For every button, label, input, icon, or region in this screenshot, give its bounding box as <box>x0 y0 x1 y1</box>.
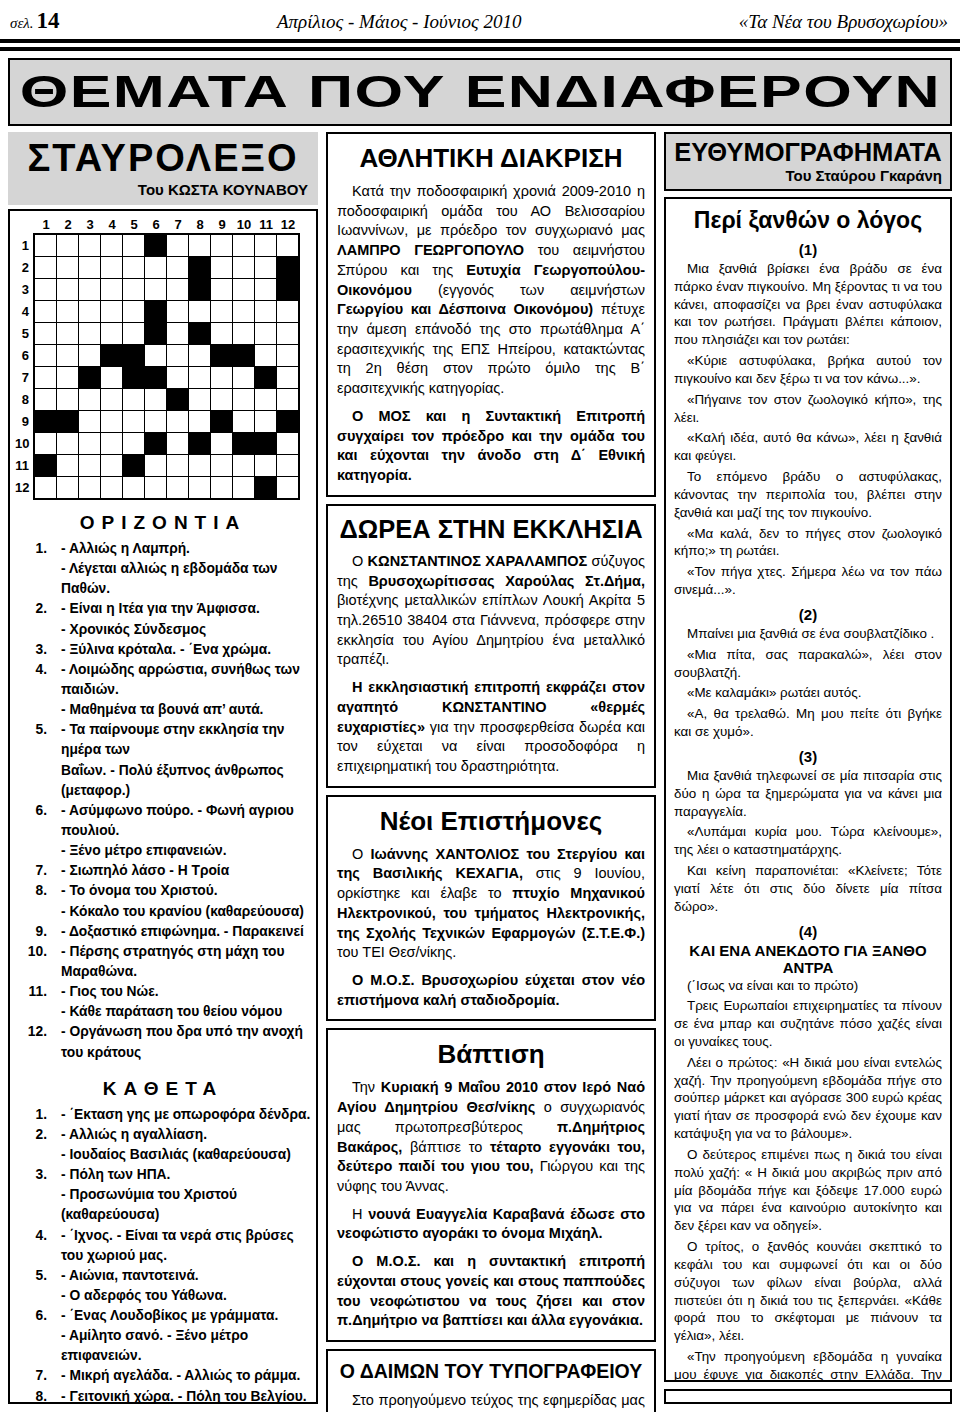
crossword-cell-r10c3[interactable] <box>79 433 100 454</box>
crossword-cell-r7c12[interactable] <box>277 367 298 388</box>
humor-column: ΕΥΘΥΜΟΓΡΑΦΗΜΑΤΑ Του Σταύρου Γκαράνη Περί… <box>664 132 952 1404</box>
news-section-title: Νέοι Επιστήμονες <box>337 806 645 837</box>
crossword-cell-r3c1[interactable] <box>35 279 56 300</box>
crossword-cell-r2c8 <box>189 257 210 278</box>
joke-label: (1) <box>674 241 942 258</box>
crossword-cell-r3c8 <box>189 279 210 300</box>
joke-paragraph: «Καλή ιδέα, αυτό θα κάνω», λέει η ξανθιά… <box>674 429 942 465</box>
col-label: 8 <box>189 217 211 232</box>
clue-text: - Γειτονική χώρα. - Πόλη του Βελγίου. <box>47 1387 311 1404</box>
crossword-cell-r2c2[interactable] <box>57 257 78 278</box>
clue-text: - Πόλη των ΗΠΑ.- Προσωνύμια του Χριστού … <box>47 1165 311 1225</box>
clue-text: - ΄Εκταση γης με οπωροφόρα δένδρα. <box>47 1105 311 1125</box>
crossword-cell-r8c2[interactable] <box>57 389 78 410</box>
crossword-cell-r4c8[interactable] <box>189 301 210 322</box>
crossword-cell-r4c2[interactable] <box>57 301 78 322</box>
clue-line: - Αμίλητο σανό. - Ξένο μέτρο επιφανειών. <box>61 1326 311 1366</box>
crossword-cell-r7c3 <box>79 367 100 388</box>
crossword-cell-r12c2[interactable] <box>57 477 78 498</box>
crossword-cell-r8c8[interactable] <box>189 389 210 410</box>
thanks-title: ΕΥΧΑΡΙΣΤΗΡΙΟ <box>674 1399 942 1404</box>
clue-number: 11. <box>15 982 47 1022</box>
joke-subtitle: ΚΑΙ ΕΝΑ ΑΝΕΚΔΟΤΟ ΓΙΑ ΞΑΝΘΟ ΑΝΤΡΑ <box>674 942 942 976</box>
joke-paragraph: Μια ξανθιά τηλεφωνεί σε μία πιτσαρία στι… <box>674 767 942 820</box>
row-label: 6 <box>15 345 33 367</box>
crossword-cell-r1c12[interactable] <box>277 235 298 256</box>
down-header: ΚΑΘΕΤΑ <box>15 1078 311 1100</box>
crossword-cell-r5c12[interactable] <box>277 323 298 344</box>
clue-text: - ΄Ιχνος. - Είναι τα νερά στις βρύσεςτου… <box>47 1226 311 1266</box>
crossword-grid-area: 123456789101112 <box>15 233 311 500</box>
humor-byline: Του Σταύρου Γκαράνη <box>674 167 942 184</box>
clue-line: - Ιουδαίος Βασιλιάς (καθαρεύουσα) <box>61 1145 311 1165</box>
crossword-cell-r5c9[interactable] <box>211 323 232 344</box>
crossword-cell-r2c4[interactable] <box>101 257 122 278</box>
crossword-cell-r2c6[interactable] <box>145 257 166 278</box>
down-clues: 1.- ΄Εκταση γης με οπωροφόρα δένδρα.2.- … <box>15 1105 311 1404</box>
paragraph: Ο Μ.Ο.Σ. και η συντακτική επιτροπή εύχον… <box>337 1252 645 1331</box>
joke-label: (3) <box>674 748 942 765</box>
crossword-cell-r2c11[interactable] <box>255 257 276 278</box>
crossword-cell-r4c4[interactable] <box>101 301 122 322</box>
clue-item: 5.- Τα παίρνουμε στην εκκλησία την ημέρα… <box>15 720 311 801</box>
clue-line: - Κάθε παράταση του θείου νόμου <box>61 1002 311 1022</box>
clue-text: - Γιος του Νώε.- Κάθε παράταση του θείου… <box>47 982 311 1022</box>
joke-paragraph: Ο δεύτερος επιμένει πως η δικιά του είνα… <box>674 1146 942 1235</box>
crossword-cell-r4c5[interactable] <box>123 301 144 322</box>
crossword-cell-r8c3[interactable] <box>79 389 100 410</box>
news-section-title: ΔΩΡΕΑ ΣΤΗΝ ΕΚΚΛΗΣΙΑ <box>337 515 645 544</box>
clue-item: 1.- Αλλιώς η Λαμπρή.- Λέγεται αλλιώς η ε… <box>15 539 311 599</box>
text-run: ΛΑΜΠΡΟ ΓΕΩΡΓΟΠΟΥΛΟ <box>337 242 524 258</box>
clue-number: 5. <box>15 1266 47 1306</box>
crossword-cell-r9c10[interactable] <box>233 411 254 432</box>
crossword-cell-r10c4[interactable] <box>101 433 122 454</box>
crossword-cell-r4c1[interactable] <box>35 301 56 322</box>
crossword-cell-r5c10[interactable] <box>233 323 254 344</box>
clue-number: 7. <box>15 861 47 881</box>
crossword-cell-r9c6[interactable] <box>145 411 166 432</box>
crossword-cell-r2c1[interactable] <box>35 257 56 278</box>
crossword-cell-r3c11[interactable] <box>255 279 276 300</box>
crossword-cell-r8c7 <box>167 389 188 410</box>
clue-item: 5.- Αιώνια, παντοτεινά.- Ο αδερφός του Υ… <box>15 1266 311 1306</box>
clue-number: 12. <box>15 1022 47 1062</box>
crossword-cell-r5c2[interactable] <box>57 323 78 344</box>
clue-line: - Κόκαλο του κρανίου (καθαρεύουσα) <box>61 902 311 922</box>
clue-text: - Λοιμώδης αρρώστια, συνήθως των παιδιών… <box>47 660 311 720</box>
text-run: Στο προηγούμενο τεύχος της εφημερίδας μα… <box>337 1392 645 1412</box>
news-column: ΑΘΛΗΤΙΚΗ ΔΙΑΚΡΙΣΗΚατά την ποδοσφαιρική χ… <box>326 132 656 1404</box>
crossword-cell-r12c6[interactable] <box>145 477 166 498</box>
crossword-cell-r3c2[interactable] <box>57 279 78 300</box>
column-labels: 123456789101112 <box>35 217 311 232</box>
clue-number: 7. <box>15 1366 47 1386</box>
crossword-cell-r7c10[interactable] <box>233 367 254 388</box>
crossword-cell-r9c7[interactable] <box>167 411 188 432</box>
crossword-cell-r7c2[interactable] <box>57 367 78 388</box>
row-labels: 123456789101112 <box>15 233 33 500</box>
crossword-cell-r9c8[interactable] <box>189 411 210 432</box>
crossword-cell-r10c8 <box>189 433 210 454</box>
clue-line: - Χρονικός Σύνδεσμος <box>61 620 311 640</box>
issue-date: Απρίλιος - Μάιος - Ιούνιος 2010 <box>277 11 521 33</box>
clue-text: - Αλλιώς η αγαλλίαση.- Ιουδαίος Βασιλιάς… <box>47 1125 311 1165</box>
crossword-cell-r6c3[interactable] <box>79 345 100 366</box>
crossword-cell-r2c12 <box>277 257 298 278</box>
clue-text: - Τα παίρνουμε στην εκκλησία την ημέρα τ… <box>47 720 311 801</box>
col-label: 10 <box>233 217 255 232</box>
crossword-cell-r10c11 <box>255 433 276 454</box>
joke-paragraph: Το επόμενο βράδυ ο αστυφύλακας, κάνοντας… <box>674 468 942 521</box>
row-label: 5 <box>15 323 33 345</box>
clue-line: - Είναι η Ιτέα για την Άμφισσα. <box>61 599 311 619</box>
text-run: Την <box>352 1079 381 1095</box>
crossword-cell-r10c12[interactable] <box>277 433 298 454</box>
joke-paragraph: «Την προηγούμενη εβδομάδα η γυναίκα μου … <box>674 1348 942 1382</box>
crossword-cell-r6c11[interactable] <box>255 345 276 366</box>
crossword-cell-r8c9[interactable] <box>211 389 232 410</box>
crossword-cell-r10c1[interactable] <box>35 433 56 454</box>
across-header: ΟΡΙΖΟΝΤΙΑ <box>15 512 311 534</box>
col-label: 7 <box>167 217 189 232</box>
clue-line: - Το όνομα του Χριστού. <box>61 881 311 901</box>
crossword-cell-r12c7[interactable] <box>167 477 188 498</box>
crossword-cell-r11c11[interactable] <box>255 455 276 476</box>
text-run: Κατά την ποδοσφαιρική χρονιά 2009-2010 η… <box>337 183 645 238</box>
crossword-cell-r7c6 <box>145 367 166 388</box>
crossword-cell-r5c1[interactable] <box>35 323 56 344</box>
jokes-list: (1)Μια ξανθιά βρίσκει ένα βράδυ σε ένα π… <box>674 241 942 1382</box>
joke-paragraph: (΄Ισως να είναι και το πρώτο) <box>674 977 942 995</box>
crossword-cell-r12c3[interactable] <box>79 477 100 498</box>
crossword-cell-r7c4[interactable] <box>101 367 122 388</box>
crossword-cell-r9c9 <box>211 411 232 432</box>
crossword-cell-r6c12[interactable] <box>277 345 298 366</box>
crossword-cell-r12c12[interactable] <box>277 477 298 498</box>
crossword-cell-r2c3[interactable] <box>79 257 100 278</box>
crossword-cell-r4c11[interactable] <box>255 301 276 322</box>
crossword-cell-r9c3[interactable] <box>79 411 100 432</box>
clue-line: - Γιος του Νώε. <box>61 982 311 1002</box>
crossword-cell-r3c3[interactable] <box>79 279 100 300</box>
clue-number: 10. <box>15 942 47 982</box>
clue-item: 6.- Ασύμφωνο πούρο. - Φωνή αγριου πουλιο… <box>15 801 311 861</box>
clue-line: - Μαθημένα τα βουνά απ’ αυτά. <box>61 700 311 720</box>
clue-text: - Ασύμφωνο πούρο. - Φωνή αγριου πουλιού.… <box>47 801 311 861</box>
crossword-cell-r1c5[interactable] <box>123 235 144 256</box>
clue-number: 8. <box>15 1387 47 1404</box>
crossword-header: ΣΤΑΥΡΟΛΕΞΟ Του ΚΩΣΤΑ ΚΟΥΝΑΒΟΥ <box>8 132 318 205</box>
thanks-box: ΕΥΧΑΡΙΣΤΗΡΙΟ Ευχαριστούμε συγγενείς και … <box>664 1389 952 1404</box>
crossword-cell-r11c6[interactable] <box>145 455 166 476</box>
text-run: Ο ΜΟΣ και η Συντακτική Επιτροπή συγχαίρε… <box>337 408 645 483</box>
crossword-cell-r12c5[interactable] <box>123 477 144 498</box>
crossword-cell-r7c7[interactable] <box>167 367 188 388</box>
clue-text: - Αιώνια, παντοτεινά.- Ο αδερφός του Υάθ… <box>47 1266 311 1306</box>
crossword-cell-r10c5[interactable] <box>123 433 144 454</box>
clue-line: - Ξύλινα κρόταλα. - ΄Ενα χρώμα. <box>61 640 311 660</box>
crossword-cell-r6c6[interactable] <box>145 345 166 366</box>
crossword-cell-r10c7[interactable] <box>167 433 188 454</box>
crossword-cell-r10c2[interactable] <box>57 433 78 454</box>
crossword-cell-r5c7[interactable] <box>167 323 188 344</box>
jokes-title: Περί ξανθών ο λόγος <box>674 207 942 234</box>
crossword-cell-r11c9[interactable] <box>211 455 232 476</box>
crossword-cell-r3c4[interactable] <box>101 279 122 300</box>
clue-item: 3.- Ξύλινα κρόταλα. - ΄Ενα χρώμα. <box>15 640 311 660</box>
crossword-cell-r3c6[interactable] <box>145 279 166 300</box>
text-run: του ΤΕΙ Θεσ/νίκης. <box>337 944 456 960</box>
text-run: Ο <box>352 553 368 569</box>
crossword-cell-r8c12[interactable] <box>277 389 298 410</box>
page-number: 14 <box>37 8 60 33</box>
clue-line: - Πέρσης στρατηγός στη μάχη του Μαραθώνα… <box>61 942 311 982</box>
news-section-title: Ο ΔΑΙΜΩΝ ΤΟΥ ΤΥΠΟΓΡΑΦΕΙΟΥ <box>337 1360 645 1383</box>
crossword-cell-r9c12 <box>277 411 298 432</box>
crossword-cell-r3c9[interactable] <box>211 279 232 300</box>
crossword-cell-r2c10[interactable] <box>233 257 254 278</box>
joke-paragraph: Τρεις Ευρωπαίοι επιχειρηματίες τα πίνουν… <box>674 997 942 1050</box>
crossword-cell-r12c1[interactable] <box>35 477 56 498</box>
crossword-cell-r6c7[interactable] <box>167 345 188 366</box>
crossword-cell-r8c11[interactable] <box>255 389 276 410</box>
crossword-cell-r1c11[interactable] <box>255 235 276 256</box>
row-label: 2 <box>15 257 33 279</box>
row-label: 7 <box>15 367 33 389</box>
clue-item: 7.- Μικρή αγελάδα. - Αλλιώς το ράμμα. <box>15 1366 311 1386</box>
col-label: 9 <box>211 217 233 232</box>
news-section: ΔΩΡΕΑ ΣΤΗΝ ΕΚΚΛΗΣΙΑΟ ΚΩΝΣΤΑΝΤΙΝΟΣ ΧΑΡΑΛΑ… <box>326 504 656 788</box>
clue-number: 1. <box>15 539 47 599</box>
clue-item: 11.- Γιος του Νώε.- Κάθε παράταση του θε… <box>15 982 311 1022</box>
crossword-cell-r3c5[interactable] <box>123 279 144 300</box>
joke-paragraph: «Α, θα τρελαθώ. Μη μου πείτε ότι βγήκε κ… <box>674 705 942 741</box>
crossword-cell-r8c10[interactable] <box>233 389 254 410</box>
crossword-cell-r6c1[interactable] <box>35 345 56 366</box>
crossword-cell-r1c10[interactable] <box>233 235 254 256</box>
crossword-cell-r12c10[interactable] <box>233 477 254 498</box>
row-label: 3 <box>15 279 33 301</box>
crossword-cell-r10c6 <box>145 433 166 454</box>
row-label: 9 <box>15 411 33 433</box>
clue-number: 4. <box>15 660 47 720</box>
text-run: ΚΩΝΣΤΑΝΤΙΝΟΣ ΧΑΡΑΛΑΜΠΟΣ <box>368 553 588 569</box>
crossword-cell-r2c5[interactable] <box>123 257 144 278</box>
crossword-cell-r8c6[interactable] <box>145 389 166 410</box>
text-run: βάπτισε το <box>402 1139 490 1155</box>
paragraph: Στο προηγούμενο τεύχος της εφημερίδας μα… <box>337 1391 645 1412</box>
crossword-cell-r1c6 <box>145 235 166 256</box>
row-label: 8 <box>15 389 33 411</box>
row-label: 4 <box>15 301 33 323</box>
clue-line: - Λέγεται αλλιώς η εβδομάδα των Παθών. <box>61 559 311 599</box>
clue-text: - Οργάνωση που δρα υπό την ανοχήτου κράτ… <box>47 1022 311 1062</box>
humor-title: ΕΥΘΥΜΟΓΡΑΦΗΜΑΤΑ <box>674 138 942 167</box>
clue-number: 2. <box>15 599 47 639</box>
clue-item: 4.- Λοιμώδης αρρώστια, συνήθως των παιδι… <box>15 660 311 720</box>
paragraph: Ο ΜΟΣ και η Συντακτική Επιτροπή συγχαίρε… <box>337 407 645 486</box>
clue-number: 8. <box>15 881 47 921</box>
crossword-cell-r6c5 <box>123 345 144 366</box>
news-section: ΑΘΛΗΤΙΚΗ ΔΙΑΚΡΙΣΗΚατά την ποδοσφαιρική χ… <box>326 132 656 497</box>
crossword-column: ΣΤΑΥΡΟΛΕΞΟ Του ΚΩΣΤΑ ΚΟΥΝΑΒΟΥ 1234567891… <box>8 132 318 1404</box>
clue-line: - Γειτονική χώρα. - Πόλη του Βελγίου. <box>61 1387 311 1404</box>
text-run: Βρυσοχωρίτισσας Χαρούλας Στ.Δήμα, <box>368 573 645 589</box>
crossword-cell-r6c8[interactable] <box>189 345 210 366</box>
crossword-cell-r9c5[interactable] <box>123 411 144 432</box>
row-label: 12 <box>15 477 33 499</box>
clue-line: Βαΐων. - Πολύ έξυπνος άνθρωπος (μεταφορ.… <box>61 761 311 801</box>
page-number-label: σελ.14 <box>10 8 60 34</box>
page-banner: ΘΕΜΑΤΑ ΠΟΥ ΕΝΔΙΑΦΕΡΟΥΝ <box>8 58 952 126</box>
clue-text: - Μικρή αγελάδα. - Αλλιώς το ράμμα. <box>47 1366 311 1386</box>
col-label: 6 <box>145 217 167 232</box>
clue-item: 8.- Το όνομα του Χριστού.- Κόκαλο του κρ… <box>15 881 311 921</box>
crossword-cell-r7c1[interactable] <box>35 367 56 388</box>
clue-line: - ΄Ενας Λουδοβίκος με γράμματα. <box>61 1306 311 1326</box>
crossword-cell-r5c3[interactable] <box>79 323 100 344</box>
text-run: βιοτέχνης μεταλλικών επίπλων Λουκή Ακρίτ… <box>337 592 645 667</box>
clue-line: - Αιώνια, παντοτεινά. <box>61 1266 311 1286</box>
joke-paragraph: «Λυπάμαι κυρία μου. Τώρα κλείνουμε», της… <box>674 823 942 859</box>
crossword-cell-r1c9[interactable] <box>211 235 232 256</box>
clue-line: του χωριού μας. <box>61 1246 311 1266</box>
clue-text: - Δοξαστικό επιφώνημα. - Παρακεινεί <box>47 922 311 942</box>
clue-item: 9.- Δοξαστικό επιφώνημα. - Παρακεινεί <box>15 922 311 942</box>
col-label: 1 <box>35 217 57 232</box>
crossword-cell-r4c9[interactable] <box>211 301 232 322</box>
crossword-cell-r3c10[interactable] <box>233 279 254 300</box>
crossword-cell-r1c3[interactable] <box>79 235 100 256</box>
crossword-cell-r7c8[interactable] <box>189 367 210 388</box>
clue-line: - Προσωνύμια του Χριστού (καθαρεύουσα) <box>61 1185 311 1225</box>
crossword-cell-r8c1[interactable] <box>35 389 56 410</box>
paragraph: Κατά την ποδοσφαιρική χρονιά 2009-2010 η… <box>337 182 645 399</box>
crossword-cell-r6c9 <box>211 345 232 366</box>
col-label: 5 <box>123 217 145 232</box>
crossword-cell-r11c2[interactable] <box>57 455 78 476</box>
col-label: 12 <box>277 217 299 232</box>
text-run: Ο Μ.Ο.Σ. και η συντακτική επιτροπή εύχον… <box>337 1253 645 1328</box>
crossword-cell-r1c1[interactable] <box>35 235 56 256</box>
crossword-cell-r7c11 <box>255 367 276 388</box>
crossword-box: 123456789101112 123456789101112 ΟΡΙΖΟΝΤΙ… <box>8 209 318 1404</box>
crossword-cell-r2c7[interactable] <box>167 257 188 278</box>
humor-header: ΕΥΘΥΜΟΓΡΑΦΗΜΑΤΑ Του Σταύρου Γκαράνη <box>664 132 952 191</box>
crossword-cell-r3c12 <box>277 279 298 300</box>
clue-text: - ΄Ενας Λουδοβίκος με γράμματα.- Αμίλητο… <box>47 1306 311 1366</box>
clue-text: - Πέρσης στρατηγός στη μάχη του Μαραθώνα… <box>47 942 311 982</box>
crossword-cell-r6c2[interactable] <box>57 345 78 366</box>
row-label: 11 <box>15 455 33 477</box>
crossword-cell-r11c4[interactable] <box>101 455 122 476</box>
crossword-cell-r8c5[interactable] <box>123 389 144 410</box>
crossword-cell-r7c9[interactable] <box>211 367 232 388</box>
clue-line: - Δοξαστικό επιφώνημα. - Παρακεινεί <box>61 922 311 942</box>
crossword-cell-r10c9[interactable] <box>211 433 232 454</box>
crossword-cell-r5c8 <box>189 323 210 344</box>
crossword-cell-r11c12[interactable] <box>277 455 298 476</box>
joke-paragraph: Και κείνη παραπονιέται: «Κλείνετε; Τότε … <box>674 862 942 915</box>
crossword-title: ΣΤΑΥΡΟΛΕΞΟ <box>18 137 308 180</box>
crossword-cell-r11c1 <box>35 455 56 476</box>
clue-number: 4. <box>15 1226 47 1266</box>
across-clues: 1.- Αλλιώς η Λαμπρή.- Λέγεται αλλιώς η ε… <box>15 539 311 1063</box>
clue-text: - Είναι η Ιτέα για την Άμφισσα.- Χρονικό… <box>47 599 311 639</box>
crossword-cell-r9c2 <box>57 411 78 432</box>
crossword-cell-r11c8[interactable] <box>189 455 210 476</box>
crossword-cell-r1c8[interactable] <box>189 235 210 256</box>
clue-item: 12.- Οργάνωση που δρα υπό την ανοχήτου κ… <box>15 1022 311 1062</box>
col-label: 4 <box>101 217 123 232</box>
clue-line: - Οργάνωση που δρα υπό την ανοχή <box>61 1022 311 1042</box>
newspaper-title: «Τα Νέα του Βρυσοχωρίου» <box>739 11 948 33</box>
crossword-cell-r12c9[interactable] <box>211 477 232 498</box>
crossword-cell-r4c3[interactable] <box>79 301 100 322</box>
crossword-cell-r12c4[interactable] <box>101 477 122 498</box>
crossword-cell-r4c12[interactable] <box>277 301 298 322</box>
crossword-cell-r1c7[interactable] <box>167 235 188 256</box>
clue-item: 4.- ΄Ιχνος. - Είναι τα νερά στις βρύσεςτ… <box>15 1226 311 1266</box>
crossword-cell-r9c11[interactable] <box>255 411 276 432</box>
clue-text: - Το όνομα του Χριστού.- Κόκαλο του κραν… <box>47 881 311 921</box>
clue-line: - Μικρή αγελάδα. - Αλλιώς το ράμμα. <box>61 1366 311 1386</box>
crossword-cell-r8c4[interactable] <box>101 389 122 410</box>
crossword-cell-r11c10[interactable] <box>233 455 254 476</box>
joke-paragraph: «Κύριε αστυφύλακα, βρήκα αυτού τον πιγκο… <box>674 352 942 388</box>
news-section-title: Βάπτιση <box>337 1039 645 1070</box>
crossword-cell-r4c10[interactable] <box>233 301 254 322</box>
clue-line: - Πόλη των ΗΠΑ. <box>61 1165 311 1185</box>
clue-item: 2.- Αλλιώς η αγαλλίαση.- Ιουδαίος Βασιλι… <box>15 1125 311 1165</box>
clue-number: 6. <box>15 801 47 861</box>
joke-label: (2) <box>674 606 942 623</box>
crossword-cell-r5c4[interactable] <box>101 323 122 344</box>
clue-item: 2.- Είναι η Ιτέα για την Άμφισσα.- Χρονι… <box>15 599 311 639</box>
crossword-cell-r2c9[interactable] <box>211 257 232 278</box>
masthead: σελ.14 Απρίλιος - Μάιος - Ιούνιος 2010 «… <box>0 0 960 36</box>
crossword-cell-r11c3[interactable] <box>79 455 100 476</box>
joke-paragraph: Μπαίνει μια ξανθιά σε ένα σουβλατζίδικο … <box>674 625 942 643</box>
crossword-cell-r5c11[interactable] <box>255 323 276 344</box>
clue-item: 8.- Γειτονική χώρα. - Πόλη του Βελγίου. <box>15 1387 311 1404</box>
crossword-cell-r4c7[interactable] <box>167 301 188 322</box>
clue-number: 3. <box>15 1165 47 1225</box>
page-columns: ΣΤΑΥΡΟΛΕΞΟ Του ΚΩΣΤΑ ΚΟΥΝΑΒΟΥ 1234567891… <box>0 132 960 1404</box>
crossword-cell-r5c6 <box>145 323 166 344</box>
crossword-cell-r1c4[interactable] <box>101 235 122 256</box>
clue-item: 6.- ΄Ενας Λουδοβίκος με γράμματα.- Αμίλη… <box>15 1306 311 1366</box>
clue-line: του κράτους <box>61 1043 311 1063</box>
clue-line: - Ξένο μέτρο επιφανειών. <box>61 841 311 861</box>
news-section: ΒάπτισηΤην Κυριακή 9 Μαΐου 2010 στον Ιερ… <box>326 1028 656 1342</box>
crossword-cell-r12c11 <box>255 477 276 498</box>
clue-item: 10.- Πέρσης στρατηγός στη μάχη του Μαραθ… <box>15 942 311 982</box>
crossword-cell-r3c7[interactable] <box>167 279 188 300</box>
crossword-cell-r11c7[interactable] <box>167 455 188 476</box>
news-section-title: ΑΘΛΗΤΙΚΗ ΔΙΑΚΡΙΣΗ <box>337 143 645 174</box>
crossword-cell-r5c5[interactable] <box>123 323 144 344</box>
crossword-cell-r1c2[interactable] <box>57 235 78 256</box>
crossword-cell-r12c8[interactable] <box>189 477 210 498</box>
clue-text: - Ξύλινα κρόταλα. - ΄Ενα χρώμα. <box>47 640 311 660</box>
news-section: Νέοι ΕπιστήμονεςΟ Ιωάννης ΧΑΝΤΟΛΙΟΣ του … <box>326 795 656 1022</box>
crossword-cell-r9c4[interactable] <box>101 411 122 432</box>
joke-paragraph: Ο τρίτος, ο ξανθός κουνάει σκεπτικό το κ… <box>674 1238 942 1345</box>
joke-paragraph: «Μια πίτα, σας παρακαλώ», λέει στον σουβ… <box>674 646 942 682</box>
clue-line: - Λοιμώδης αρρώστια, συνήθως των παιδιών… <box>61 660 311 700</box>
